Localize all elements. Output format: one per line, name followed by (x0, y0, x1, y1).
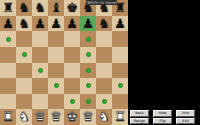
square-g5[interactable] (96, 47, 112, 63)
square-h3[interactable] (112, 78, 128, 94)
piece-white-rook-h1[interactable]: ♜ (112, 109, 128, 125)
square-c3[interactable] (32, 78, 48, 94)
piece-black-pawn-c7[interactable]: ♟ (32, 16, 48, 32)
square-e1[interactable]: ♚ (64, 109, 80, 125)
piece-black-king-e8[interactable]: ♚ (64, 0, 80, 16)
hide-button[interactable]: Hide (153, 110, 172, 117)
square-b1[interactable]: ♞ (16, 109, 32, 125)
exit-button[interactable]: Exit (176, 118, 195, 125)
square-d6[interactable] (48, 31, 64, 47)
square-c8[interactable]: ♞ (32, 0, 48, 16)
square-f1[interactable]: ♛ (80, 109, 96, 125)
legal-move-dot[interactable] (86, 99, 91, 104)
square-b8[interactable]: ♞ (16, 0, 32, 16)
square-h2[interactable] (112, 94, 128, 110)
piece-black-knight-c8[interactable]: ♞ (32, 0, 48, 16)
square-e8[interactable]: ♚ (64, 0, 80, 16)
legal-move-dot[interactable] (70, 99, 75, 104)
piece-white-knight-g1[interactable]: ♞ (96, 109, 112, 125)
square-c1[interactable]: ♛ (32, 109, 48, 125)
square-b6[interactable] (16, 31, 32, 47)
resign-button[interactable]: Resign (130, 118, 149, 125)
square-a1[interactable]: ♜ (0, 109, 16, 125)
legal-move-dot[interactable] (102, 99, 107, 104)
square-a7[interactable]: ♟ (0, 16, 16, 32)
square-e6[interactable] (64, 31, 80, 47)
square-b5[interactable] (16, 47, 32, 63)
piece-black-pawn-h7[interactable]: ♟ (112, 16, 128, 32)
button-group-right: Hint Exit (176, 110, 195, 124)
square-d4[interactable] (48, 63, 64, 79)
piece-black-pawn-e7[interactable]: ♟ (64, 16, 80, 32)
square-f5[interactable] (80, 47, 96, 63)
piece-black-rook-a8[interactable]: ♜ (0, 0, 16, 16)
piece-black-bishop-d8[interactable]: ♝ (48, 0, 64, 16)
square-e2[interactable] (64, 94, 80, 110)
square-d2[interactable] (48, 94, 64, 110)
square-h5[interactable] (112, 47, 128, 63)
square-b7[interactable]: ♞ (16, 16, 32, 32)
piece-black-knight-g7[interactable]: ♞ (96, 16, 112, 32)
square-d1[interactable]: ♛ (48, 109, 64, 125)
square-d5[interactable] (48, 47, 64, 63)
square-h6[interactable] (112, 31, 128, 47)
square-c4[interactable] (32, 63, 48, 79)
piece-white-queen-f1[interactable]: ♛ (80, 109, 96, 125)
piece-black-pawn-a7[interactable]: ♟ (0, 16, 16, 32)
square-f2[interactable] (80, 94, 96, 110)
square-c6[interactable] (32, 31, 48, 47)
square-e4[interactable] (64, 63, 80, 79)
square-h4[interactable] (112, 63, 128, 79)
square-g7[interactable]: ♞ (96, 16, 112, 32)
square-d3[interactable] (48, 78, 64, 94)
legal-move-dot[interactable] (118, 83, 123, 88)
status-overlay-text: White to move (86, 0, 117, 5)
square-f7[interactable]: ♟ (80, 16, 96, 32)
piece-black-knight-b8[interactable]: ♞ (16, 0, 32, 16)
square-d8[interactable]: ♝ (48, 0, 64, 16)
square-c2[interactable] (32, 94, 48, 110)
hint-button[interactable]: Hint (176, 110, 195, 117)
side-panel: Back Resign Hide Flip Hint Exit (128, 0, 200, 125)
square-f4[interactable] (80, 63, 96, 79)
legal-move-dot[interactable] (54, 83, 59, 88)
square-a3[interactable] (0, 78, 16, 94)
piece-black-pawn-f7[interactable]: ♟ (80, 16, 96, 32)
piece-black-pawn-d7[interactable]: ♟ (48, 16, 64, 32)
square-b4[interactable] (16, 63, 32, 79)
square-a2[interactable] (0, 94, 16, 110)
legal-move-dot[interactable] (86, 52, 91, 57)
button-group-middle: Hide Flip (153, 110, 172, 124)
panel-button-bar: Back Resign Hide Flip Hint Exit (130, 110, 195, 124)
square-g4[interactable] (96, 63, 112, 79)
square-a8[interactable]: ♜ (0, 0, 16, 16)
chess-app-window: ♜♞♞♝♚♞♞♜♟♞♟♟♟♟♞♟♜♞♛♛♚♛♞♜ White to move B… (0, 0, 200, 125)
square-a5[interactable] (0, 47, 16, 63)
piece-white-queen-d1[interactable]: ♛ (48, 109, 64, 125)
piece-black-knight-b7[interactable]: ♞ (16, 16, 32, 32)
piece-white-king-e1[interactable]: ♚ (64, 109, 80, 125)
square-f6[interactable] (80, 31, 96, 47)
flip-button[interactable]: Flip (153, 118, 172, 125)
back-button[interactable]: Back (130, 110, 149, 117)
square-d7[interactable]: ♟ (48, 16, 64, 32)
square-g3[interactable] (96, 78, 112, 94)
square-a6[interactable] (0, 31, 16, 47)
legal-move-dot[interactable] (38, 68, 43, 73)
piece-white-knight-b1[interactable]: ♞ (16, 109, 32, 125)
square-h1[interactable]: ♜ (112, 109, 128, 125)
chess-board[interactable]: ♜♞♞♝♚♞♞♜♟♞♟♟♟♟♞♟♜♞♛♛♚♛♞♜ (0, 0, 128, 125)
square-c5[interactable] (32, 47, 48, 63)
button-group-left: Back Resign (130, 110, 149, 124)
square-e5[interactable] (64, 47, 80, 63)
square-g6[interactable] (96, 31, 112, 47)
square-f3[interactable] (80, 78, 96, 94)
legal-move-dot[interactable] (6, 37, 11, 42)
square-c7[interactable]: ♟ (32, 16, 48, 32)
legal-move-dot[interactable] (86, 83, 91, 88)
square-e3[interactable] (64, 78, 80, 94)
legal-move-dot[interactable] (86, 68, 91, 73)
square-h7[interactable]: ♟ (112, 16, 128, 32)
square-b3[interactable] (16, 78, 32, 94)
square-a4[interactable] (0, 63, 16, 79)
piece-white-queen-c1[interactable]: ♛ (32, 109, 48, 125)
piece-white-rook-a1[interactable]: ♜ (0, 109, 16, 125)
square-g2[interactable] (96, 94, 112, 110)
legal-move-dot[interactable] (22, 52, 27, 57)
legal-move-dot[interactable] (86, 37, 91, 42)
square-b2[interactable] (16, 94, 32, 110)
square-e7[interactable]: ♟ (64, 16, 80, 32)
square-g1[interactable]: ♞ (96, 109, 112, 125)
